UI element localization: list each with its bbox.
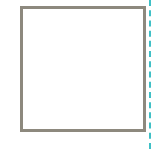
corner-spacer (2, 132, 20, 147)
chess-diagram (2, 6, 146, 147)
rank-labels (2, 6, 20, 132)
file-labels (20, 134, 146, 147)
dashed-selection-edge (149, 0, 151, 149)
chess-board[interactable] (20, 6, 146, 132)
